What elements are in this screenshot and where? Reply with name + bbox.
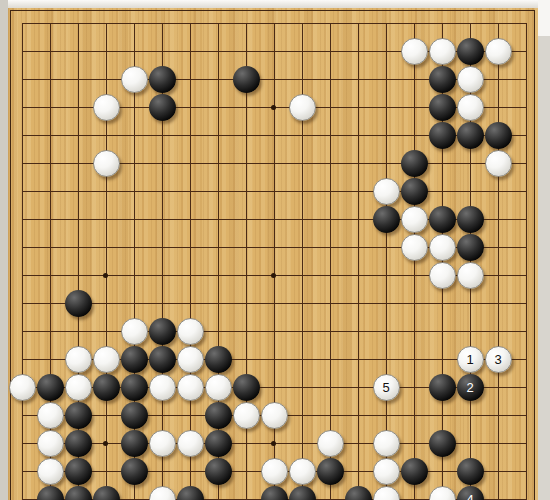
board-intersection[interactable] bbox=[204, 345, 232, 373]
board-intersection[interactable] bbox=[344, 317, 372, 345]
board-intersection[interactable] bbox=[400, 429, 428, 457]
board-intersection[interactable] bbox=[148, 345, 176, 373]
board-intersection[interactable] bbox=[120, 429, 148, 457]
board-intersection[interactable] bbox=[204, 121, 232, 149]
board-intersection[interactable] bbox=[232, 37, 260, 65]
board-intersection[interactable] bbox=[148, 233, 176, 261]
board-intersection[interactable] bbox=[316, 289, 344, 317]
board-intersection[interactable] bbox=[344, 485, 372, 500]
board-intersection[interactable] bbox=[176, 177, 204, 205]
board-intersection[interactable] bbox=[428, 177, 456, 205]
board-intersection[interactable] bbox=[8, 93, 36, 121]
board-intersection[interactable] bbox=[176, 289, 204, 317]
board-intersection[interactable] bbox=[64, 65, 92, 93]
board-intersection[interactable] bbox=[400, 485, 428, 500]
board-intersection[interactable] bbox=[92, 373, 120, 401]
board-intersection[interactable] bbox=[288, 429, 316, 457]
board-intersection[interactable] bbox=[92, 233, 120, 261]
board-intersection[interactable] bbox=[64, 9, 92, 37]
board-intersection[interactable] bbox=[8, 373, 36, 401]
board-intersection[interactable] bbox=[372, 233, 400, 261]
board-intersection[interactable] bbox=[8, 233, 36, 261]
board-intersection[interactable] bbox=[484, 93, 512, 121]
board-intersection[interactable] bbox=[64, 261, 92, 289]
board-intersection[interactable] bbox=[512, 429, 540, 457]
board-intersection[interactable] bbox=[288, 93, 316, 121]
board-intersection[interactable] bbox=[64, 485, 92, 500]
board-intersection[interactable] bbox=[232, 289, 260, 317]
board-intersection[interactable] bbox=[288, 65, 316, 93]
board-intersection[interactable] bbox=[512, 149, 540, 177]
board-intersection[interactable] bbox=[36, 177, 64, 205]
board-intersection[interactable] bbox=[456, 429, 484, 457]
board-intersection[interactable] bbox=[372, 261, 400, 289]
board-intersection[interactable] bbox=[64, 457, 92, 485]
board-intersection[interactable] bbox=[64, 233, 92, 261]
board-intersection[interactable] bbox=[372, 121, 400, 149]
board-intersection[interactable] bbox=[484, 261, 512, 289]
board-intersection[interactable] bbox=[204, 93, 232, 121]
board-intersection[interactable] bbox=[400, 205, 428, 233]
board-intersection[interactable] bbox=[400, 345, 428, 373]
board-intersection[interactable] bbox=[176, 65, 204, 93]
board-intersection[interactable] bbox=[120, 93, 148, 121]
board-intersection[interactable] bbox=[428, 317, 456, 345]
board-intersection[interactable] bbox=[484, 177, 512, 205]
board-intersection[interactable] bbox=[148, 289, 176, 317]
board-intersection[interactable] bbox=[512, 205, 540, 233]
board-intersection[interactable] bbox=[400, 233, 428, 261]
board-intersection[interactable] bbox=[344, 93, 372, 121]
board-intersection[interactable] bbox=[316, 485, 344, 500]
board-intersection[interactable] bbox=[36, 485, 64, 500]
board-intersection[interactable] bbox=[92, 401, 120, 429]
board-intersection[interactable] bbox=[512, 37, 540, 65]
board-intersection[interactable] bbox=[456, 177, 484, 205]
board-intersection[interactable] bbox=[176, 233, 204, 261]
board-intersection[interactable] bbox=[204, 457, 232, 485]
board-intersection[interactable] bbox=[8, 317, 36, 345]
board-intersection[interactable] bbox=[260, 317, 288, 345]
board-intersection[interactable] bbox=[232, 205, 260, 233]
board-intersection[interactable] bbox=[64, 345, 92, 373]
board-intersection[interactable] bbox=[176, 317, 204, 345]
board-intersection[interactable] bbox=[92, 345, 120, 373]
board-intersection[interactable] bbox=[288, 205, 316, 233]
board-intersection[interactable] bbox=[36, 373, 64, 401]
board-intersection[interactable] bbox=[484, 373, 512, 401]
board-intersection[interactable] bbox=[176, 345, 204, 373]
board-intersection[interactable] bbox=[64, 401, 92, 429]
board-intersection[interactable] bbox=[344, 37, 372, 65]
board-intersection[interactable] bbox=[372, 289, 400, 317]
board-intersection[interactable] bbox=[8, 401, 36, 429]
board-intersection[interactable] bbox=[344, 205, 372, 233]
board-intersection[interactable] bbox=[484, 485, 512, 500]
board-intersection[interactable] bbox=[148, 177, 176, 205]
board-intersection[interactable] bbox=[36, 317, 64, 345]
board-intersection[interactable] bbox=[400, 457, 428, 485]
board-intersection[interactable] bbox=[260, 149, 288, 177]
board-intersection[interactable] bbox=[92, 205, 120, 233]
board-intersection[interactable] bbox=[260, 233, 288, 261]
board-intersection[interactable] bbox=[316, 429, 344, 457]
board-intersection[interactable] bbox=[400, 9, 428, 37]
board-intersection[interactable] bbox=[176, 149, 204, 177]
board-intersection[interactable] bbox=[204, 177, 232, 205]
board-intersection[interactable] bbox=[512, 65, 540, 93]
board-intersection[interactable] bbox=[120, 485, 148, 500]
board-intersection[interactable] bbox=[64, 429, 92, 457]
board-intersection[interactable] bbox=[456, 289, 484, 317]
board-intersection[interactable] bbox=[428, 401, 456, 429]
board-intersection[interactable] bbox=[92, 457, 120, 485]
board-intersection[interactable] bbox=[232, 345, 260, 373]
board-intersection[interactable] bbox=[456, 457, 484, 485]
board-intersection[interactable] bbox=[148, 65, 176, 93]
board-intersection[interactable] bbox=[120, 317, 148, 345]
board-intersection[interactable] bbox=[372, 345, 400, 373]
board-intersection[interactable] bbox=[92, 317, 120, 345]
board-intersection[interactable] bbox=[344, 373, 372, 401]
board-intersection[interactable] bbox=[512, 457, 540, 485]
board-intersection[interactable] bbox=[456, 65, 484, 93]
board-intersection[interactable] bbox=[148, 37, 176, 65]
board-intersection[interactable] bbox=[288, 457, 316, 485]
board-intersection[interactable] bbox=[512, 233, 540, 261]
board-intersection[interactable] bbox=[232, 65, 260, 93]
board-intersection[interactable] bbox=[344, 177, 372, 205]
board-intersection[interactable] bbox=[344, 289, 372, 317]
board-intersection[interactable] bbox=[400, 317, 428, 345]
board-intersection[interactable] bbox=[428, 65, 456, 93]
board-intersection[interactable] bbox=[92, 149, 120, 177]
board-intersection[interactable] bbox=[64, 373, 92, 401]
board-intersection[interactable] bbox=[120, 9, 148, 37]
board-intersection[interactable] bbox=[456, 233, 484, 261]
board-intersection[interactable] bbox=[456, 317, 484, 345]
board-intersection[interactable] bbox=[204, 233, 232, 261]
board-intersection[interactable] bbox=[512, 373, 540, 401]
board-intersection[interactable] bbox=[36, 429, 64, 457]
board-intersection[interactable] bbox=[120, 177, 148, 205]
board-intersection[interactable] bbox=[120, 345, 148, 373]
board-intersection[interactable] bbox=[232, 485, 260, 500]
board-intersection[interactable] bbox=[204, 37, 232, 65]
board-intersection[interactable] bbox=[512, 289, 540, 317]
board-intersection[interactable] bbox=[204, 429, 232, 457]
board-intersection[interactable] bbox=[176, 401, 204, 429]
board-intersection[interactable] bbox=[36, 205, 64, 233]
board-intersection[interactable] bbox=[316, 457, 344, 485]
board-intersection[interactable] bbox=[372, 9, 400, 37]
board-intersection[interactable] bbox=[260, 37, 288, 65]
board-intersection[interactable]: 3 bbox=[484, 345, 512, 373]
board-intersection[interactable] bbox=[512, 177, 540, 205]
board-intersection[interactable] bbox=[316, 373, 344, 401]
board-intersection[interactable] bbox=[288, 317, 316, 345]
board-intersection[interactable]: 5 bbox=[372, 373, 400, 401]
board-intersection[interactable] bbox=[484, 65, 512, 93]
board-intersection[interactable] bbox=[176, 457, 204, 485]
board-intersection[interactable] bbox=[260, 345, 288, 373]
board-intersection[interactable] bbox=[316, 149, 344, 177]
board-intersection[interactable] bbox=[344, 429, 372, 457]
board-intersection[interactable] bbox=[92, 485, 120, 500]
board-intersection[interactable] bbox=[232, 429, 260, 457]
board-intersection[interactable] bbox=[344, 65, 372, 93]
board-intersection[interactable] bbox=[484, 233, 512, 261]
board-intersection[interactable] bbox=[316, 121, 344, 149]
board-intersection[interactable] bbox=[484, 9, 512, 37]
board-intersection[interactable] bbox=[120, 149, 148, 177]
board-intersection[interactable] bbox=[148, 149, 176, 177]
board-intersection[interactable] bbox=[232, 121, 260, 149]
board-intersection[interactable] bbox=[204, 149, 232, 177]
board-intersection[interactable] bbox=[288, 233, 316, 261]
board-intersection[interactable] bbox=[64, 121, 92, 149]
board-intersection[interactable] bbox=[288, 37, 316, 65]
board-intersection[interactable] bbox=[204, 65, 232, 93]
board-intersection[interactable] bbox=[148, 261, 176, 289]
board-intersection[interactable] bbox=[316, 317, 344, 345]
board-intersection[interactable] bbox=[148, 205, 176, 233]
board-intersection[interactable] bbox=[8, 485, 36, 500]
board-intersection[interactable] bbox=[8, 289, 36, 317]
board-intersection[interactable] bbox=[428, 345, 456, 373]
board-intersection[interactable] bbox=[428, 373, 456, 401]
board-intersection[interactable] bbox=[8, 37, 36, 65]
board-intersection[interactable] bbox=[8, 149, 36, 177]
board-intersection[interactable] bbox=[204, 289, 232, 317]
board-intersection[interactable] bbox=[428, 37, 456, 65]
board-intersection[interactable] bbox=[428, 261, 456, 289]
board-intersection[interactable] bbox=[288, 373, 316, 401]
board-intersection[interactable] bbox=[148, 429, 176, 457]
board-intersection[interactable] bbox=[260, 65, 288, 93]
board-intersection[interactable] bbox=[92, 121, 120, 149]
board-intersection[interactable] bbox=[344, 261, 372, 289]
board-intersection[interactable] bbox=[428, 233, 456, 261]
board-intersection[interactable] bbox=[400, 37, 428, 65]
board-intersection[interactable] bbox=[232, 317, 260, 345]
board-intersection[interactable] bbox=[316, 93, 344, 121]
board-intersection[interactable] bbox=[428, 289, 456, 317]
board-intersection[interactable] bbox=[204, 373, 232, 401]
board-intersection[interactable] bbox=[176, 121, 204, 149]
board-intersection[interactable] bbox=[176, 93, 204, 121]
board-intersection[interactable] bbox=[316, 9, 344, 37]
board-intersection[interactable] bbox=[288, 177, 316, 205]
go-board[interactable]: 13524 bbox=[8, 8, 538, 500]
board-intersection[interactable] bbox=[36, 401, 64, 429]
board-intersection[interactable] bbox=[316, 345, 344, 373]
board-intersection[interactable] bbox=[8, 205, 36, 233]
board-intersection[interactable] bbox=[372, 205, 400, 233]
board-intersection[interactable] bbox=[148, 93, 176, 121]
board-intersection[interactable] bbox=[288, 345, 316, 373]
board-intersection[interactable] bbox=[316, 65, 344, 93]
board-intersection[interactable] bbox=[204, 9, 232, 37]
board-intersection[interactable] bbox=[120, 289, 148, 317]
board-intersection[interactable] bbox=[484, 205, 512, 233]
board-intersection[interactable] bbox=[64, 37, 92, 65]
board-intersection[interactable] bbox=[456, 149, 484, 177]
board-intersection[interactable] bbox=[316, 261, 344, 289]
board-intersection[interactable] bbox=[148, 457, 176, 485]
board-intersection[interactable] bbox=[316, 233, 344, 261]
board-intersection[interactable] bbox=[344, 233, 372, 261]
board-intersection[interactable] bbox=[400, 289, 428, 317]
board-intersection[interactable] bbox=[512, 401, 540, 429]
board-intersection[interactable] bbox=[428, 9, 456, 37]
board-intersection[interactable] bbox=[148, 485, 176, 500]
board-intersection[interactable] bbox=[232, 177, 260, 205]
board-intersection[interactable] bbox=[372, 401, 400, 429]
board-intersection[interactable] bbox=[260, 177, 288, 205]
board-intersection[interactable] bbox=[288, 149, 316, 177]
board-intersection[interactable] bbox=[428, 457, 456, 485]
board-intersection[interactable] bbox=[64, 289, 92, 317]
board-intersection[interactable] bbox=[36, 37, 64, 65]
board-intersection[interactable] bbox=[316, 37, 344, 65]
board-intersection[interactable] bbox=[260, 121, 288, 149]
board-intersection[interactable] bbox=[64, 177, 92, 205]
board-intersection[interactable]: 2 bbox=[456, 373, 484, 401]
board-intersection[interactable] bbox=[400, 121, 428, 149]
board-intersection[interactable] bbox=[120, 121, 148, 149]
board-intersection[interactable] bbox=[232, 233, 260, 261]
board-intersection[interactable] bbox=[372, 177, 400, 205]
board-intersection[interactable] bbox=[36, 233, 64, 261]
board-intersection[interactable] bbox=[176, 485, 204, 500]
board-intersection[interactable] bbox=[36, 93, 64, 121]
board-intersection[interactable] bbox=[36, 457, 64, 485]
board-intersection[interactable] bbox=[484, 121, 512, 149]
board-intersection[interactable]: 1 bbox=[456, 345, 484, 373]
board-intersection[interactable] bbox=[456, 205, 484, 233]
board-intersection[interactable] bbox=[232, 149, 260, 177]
board-intersection[interactable] bbox=[8, 121, 36, 149]
board-intersection[interactable] bbox=[8, 65, 36, 93]
board-intersection[interactable] bbox=[512, 485, 540, 500]
board-intersection[interactable] bbox=[120, 373, 148, 401]
board-intersection[interactable] bbox=[232, 93, 260, 121]
board-intersection[interactable] bbox=[232, 373, 260, 401]
board-intersection[interactable] bbox=[8, 457, 36, 485]
board-intersection[interactable] bbox=[428, 485, 456, 500]
board-intersection[interactable] bbox=[344, 457, 372, 485]
board-intersection[interactable] bbox=[400, 177, 428, 205]
board-intersection[interactable]: 4 bbox=[456, 485, 484, 500]
board-intersection[interactable] bbox=[512, 261, 540, 289]
board-intersection[interactable] bbox=[176, 205, 204, 233]
board-intersection[interactable] bbox=[92, 261, 120, 289]
board-intersection[interactable] bbox=[260, 373, 288, 401]
board-intersection[interactable] bbox=[344, 121, 372, 149]
board-intersection[interactable] bbox=[484, 289, 512, 317]
board-intersection[interactable] bbox=[92, 37, 120, 65]
board-intersection[interactable] bbox=[372, 65, 400, 93]
board-intersection[interactable] bbox=[456, 261, 484, 289]
board-intersection[interactable] bbox=[400, 149, 428, 177]
board-intersection[interactable] bbox=[260, 485, 288, 500]
board-intersection[interactable] bbox=[512, 121, 540, 149]
board-intersection[interactable] bbox=[148, 317, 176, 345]
board-intersection[interactable] bbox=[36, 121, 64, 149]
board-intersection[interactable] bbox=[288, 485, 316, 500]
board-intersection[interactable] bbox=[456, 401, 484, 429]
board-intersection[interactable] bbox=[120, 37, 148, 65]
board-intersection[interactable] bbox=[484, 401, 512, 429]
board-intersection[interactable] bbox=[372, 317, 400, 345]
board-intersection[interactable] bbox=[176, 37, 204, 65]
board-intersection[interactable] bbox=[512, 317, 540, 345]
board-intersection[interactable] bbox=[204, 317, 232, 345]
board-intersection[interactable] bbox=[204, 401, 232, 429]
board-intersection[interactable] bbox=[372, 457, 400, 485]
board-intersection[interactable] bbox=[456, 37, 484, 65]
board-intersection[interactable] bbox=[120, 65, 148, 93]
board-intersection[interactable] bbox=[260, 9, 288, 37]
board-intersection[interactable] bbox=[36, 65, 64, 93]
board-intersection[interactable] bbox=[176, 429, 204, 457]
board-intersection[interactable] bbox=[120, 401, 148, 429]
board-intersection[interactable] bbox=[8, 9, 36, 37]
board-intersection[interactable] bbox=[8, 345, 36, 373]
board-intersection[interactable] bbox=[36, 345, 64, 373]
board-intersection[interactable] bbox=[428, 93, 456, 121]
board-intersection[interactable] bbox=[120, 205, 148, 233]
board-intersection[interactable] bbox=[120, 457, 148, 485]
board-intersection[interactable] bbox=[372, 149, 400, 177]
board-intersection[interactable] bbox=[484, 317, 512, 345]
board-intersection[interactable] bbox=[92, 93, 120, 121]
board-intersection[interactable] bbox=[148, 9, 176, 37]
board-intersection[interactable] bbox=[400, 93, 428, 121]
board-intersection[interactable] bbox=[400, 261, 428, 289]
board-intersection[interactable] bbox=[148, 401, 176, 429]
board-intersection[interactable] bbox=[64, 205, 92, 233]
board-intersection[interactable] bbox=[512, 345, 540, 373]
board-intersection[interactable] bbox=[316, 177, 344, 205]
board-intersection[interactable] bbox=[400, 401, 428, 429]
board-intersection[interactable] bbox=[456, 93, 484, 121]
board-intersection[interactable] bbox=[288, 121, 316, 149]
board-intersection[interactable] bbox=[512, 93, 540, 121]
board-intersection[interactable] bbox=[92, 429, 120, 457]
board-intersection[interactable] bbox=[148, 121, 176, 149]
board-intersection[interactable] bbox=[484, 37, 512, 65]
board-intersection[interactable] bbox=[232, 9, 260, 37]
board-intersection[interactable] bbox=[92, 177, 120, 205]
board-intersection[interactable] bbox=[344, 401, 372, 429]
board-intersection[interactable] bbox=[288, 261, 316, 289]
board-intersection[interactable] bbox=[484, 149, 512, 177]
board-intersection[interactable] bbox=[8, 261, 36, 289]
board-intersection[interactable] bbox=[260, 93, 288, 121]
board-intersection[interactable] bbox=[260, 457, 288, 485]
board-intersection[interactable] bbox=[64, 317, 92, 345]
board-intersection[interactable] bbox=[120, 261, 148, 289]
board-intersection[interactable] bbox=[288, 401, 316, 429]
board-intersection[interactable] bbox=[176, 373, 204, 401]
board-intersection[interactable] bbox=[204, 205, 232, 233]
board-intersection[interactable] bbox=[428, 149, 456, 177]
board-intersection[interactable] bbox=[260, 401, 288, 429]
board-intersection[interactable] bbox=[344, 9, 372, 37]
board-intersection[interactable] bbox=[232, 457, 260, 485]
